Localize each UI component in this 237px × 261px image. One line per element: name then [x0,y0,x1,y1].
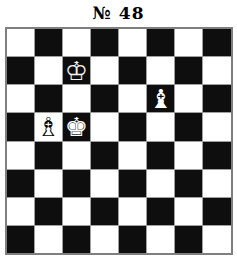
square-e4[interactable] [119,142,146,169]
square-c2[interactable] [63,198,90,225]
square-b4[interactable] [35,142,62,169]
white-king[interactable]: ♚ [65,114,88,140]
square-d2[interactable] [91,198,118,225]
square-g8[interactable] [175,29,202,56]
square-c8[interactable] [63,29,90,56]
square-a3[interactable] [7,170,34,197]
square-e1[interactable] [119,226,146,253]
square-a1[interactable] [7,226,34,253]
square-d3[interactable] [91,170,118,197]
square-g6[interactable] [175,85,202,112]
square-g1[interactable] [175,226,202,253]
square-f5[interactable] [147,113,174,140]
chess-diagram: № 48 ♔♝♗♚ [0,0,237,261]
square-a7[interactable] [7,57,34,84]
square-e3[interactable] [119,170,146,197]
square-a2[interactable] [7,198,34,225]
square-g4[interactable] [175,142,202,169]
square-f7[interactable] [147,57,174,84]
square-f4[interactable] [147,142,174,169]
square-c6[interactable] [63,85,90,112]
white-bishop[interactable]: ♝ [149,86,172,112]
square-b5[interactable]: ♗ [35,113,62,140]
square-c3[interactable] [63,170,90,197]
square-h8[interactable] [203,29,230,56]
square-d5[interactable] [91,113,118,140]
square-c4[interactable] [63,142,90,169]
square-f6[interactable]: ♝ [147,85,174,112]
square-h7[interactable] [203,57,230,84]
diagram-number: № 48 [0,0,237,27]
square-b6[interactable] [35,85,62,112]
square-e5[interactable] [119,113,146,140]
square-h4[interactable] [203,142,230,169]
square-d4[interactable] [91,142,118,169]
square-b3[interactable] [35,170,62,197]
square-b2[interactable] [35,198,62,225]
square-g5[interactable] [175,113,202,140]
square-d7[interactable] [91,57,118,84]
square-c1[interactable] [63,226,90,253]
square-d6[interactable] [91,85,118,112]
square-g7[interactable] [175,57,202,84]
square-e6[interactable] [119,85,146,112]
square-e7[interactable] [119,57,146,84]
square-d8[interactable] [91,29,118,56]
square-a5[interactable] [7,113,34,140]
square-f1[interactable] [147,226,174,253]
square-c5[interactable]: ♚ [63,113,90,140]
square-a8[interactable] [7,29,34,56]
square-f2[interactable] [147,198,174,225]
square-g2[interactable] [175,198,202,225]
square-d1[interactable] [91,226,118,253]
square-h3[interactable] [203,170,230,197]
square-h6[interactable] [203,85,230,112]
square-h1[interactable] [203,226,230,253]
square-f8[interactable] [147,29,174,56]
square-e2[interactable] [119,198,146,225]
square-f3[interactable] [147,170,174,197]
square-c7[interactable]: ♔ [63,57,90,84]
square-a4[interactable] [7,142,34,169]
square-b7[interactable] [35,57,62,84]
square-e8[interactable] [119,29,146,56]
square-a6[interactable] [7,85,34,112]
square-h5[interactable] [203,113,230,140]
square-h2[interactable] [203,198,230,225]
square-g3[interactable] [175,170,202,197]
square-b8[interactable] [35,29,62,56]
chess-board: ♔♝♗♚ [5,27,233,255]
square-b1[interactable] [35,226,62,253]
white-bishop[interactable]: ♗ [37,114,60,140]
black-king[interactable]: ♔ [65,58,88,84]
